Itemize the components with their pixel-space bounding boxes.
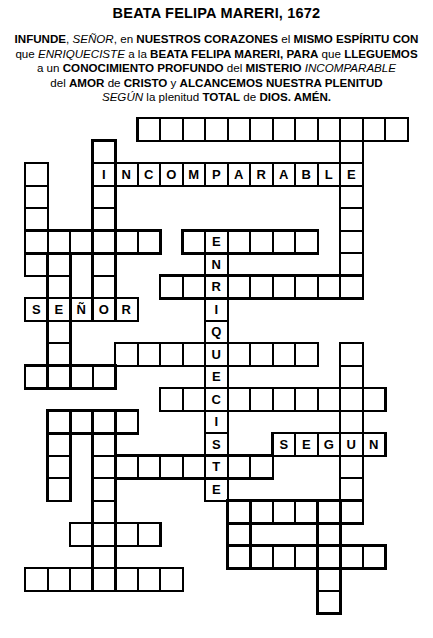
prefilled-cell-r2c11: A xyxy=(273,163,296,186)
cell-r0c14[interactable] xyxy=(340,118,363,141)
cell-r10c9[interactable] xyxy=(228,343,251,366)
cell-r13c4[interactable] xyxy=(115,411,138,434)
cell-r7c3[interactable] xyxy=(93,276,116,299)
prefilled-cell-r14c8: S xyxy=(205,433,228,456)
cell-r5c3[interactable] xyxy=(93,231,116,254)
prefilled-cell-r14c11: S xyxy=(273,433,296,456)
cell-r13c14[interactable] xyxy=(340,411,363,434)
cell-r5c9[interactable] xyxy=(228,231,251,254)
cell-r5c14[interactable] xyxy=(340,231,363,254)
prefilled-cell-r12c8: C xyxy=(205,388,228,411)
cell-r19c9[interactable] xyxy=(228,546,251,569)
cell-r20c6[interactable] xyxy=(160,568,183,591)
prefilled-cell-r14c15: N xyxy=(363,433,386,456)
prefilled-cell-r16c8: E xyxy=(205,478,228,501)
cell-r7c7[interactable] xyxy=(183,276,206,299)
cell-r17c9[interactable] xyxy=(228,501,251,524)
cell-r4c3[interactable] xyxy=(93,208,116,231)
prefilled-cell-r2c10: R xyxy=(250,163,273,186)
cell-r19c3[interactable] xyxy=(93,546,116,569)
cell-r5c10[interactable] xyxy=(250,231,273,254)
cell-r17c13[interactable] xyxy=(318,501,341,524)
board: INCOMPARABLEENRSEÑORIQUECISSEGUNTE xyxy=(25,118,408,614)
prefilled-cell-r14c14: U xyxy=(340,433,363,456)
cell-r0c15[interactable] xyxy=(363,118,386,141)
cell-r19c11[interactable] xyxy=(273,546,296,569)
prefilled-cell-r2c4: N xyxy=(115,163,138,186)
cell-r15c7[interactable] xyxy=(183,456,206,479)
cell-r5c2[interactable] xyxy=(70,231,93,254)
cell-r18c2[interactable] xyxy=(70,523,93,546)
cell-r7c12[interactable] xyxy=(295,276,318,299)
cell-r12c14[interactable] xyxy=(340,388,363,411)
prefilled-cell-r8c0: S xyxy=(25,298,48,321)
cell-r4c14[interactable] xyxy=(340,208,363,231)
cell-r16c1[interactable] xyxy=(48,478,71,501)
cell-r15c14[interactable] xyxy=(340,456,363,479)
cell-r11c0[interactable] xyxy=(25,366,48,389)
cell-r18c13[interactable] xyxy=(318,523,341,546)
cell-r19c13[interactable] xyxy=(318,546,341,569)
cell-r20c2[interactable] xyxy=(70,568,93,591)
cell-r5c12[interactable] xyxy=(295,231,318,254)
prefilled-cell-r2c12: B xyxy=(295,163,318,186)
cell-r4c0[interactable] xyxy=(25,208,48,231)
cell-r15c6[interactable] xyxy=(160,456,183,479)
cell-r0c16[interactable] xyxy=(385,118,408,141)
cell-r3c3[interactable] xyxy=(93,186,116,209)
cell-r11c1[interactable] xyxy=(48,366,71,389)
cell-r3c0[interactable] xyxy=(25,186,48,209)
cell-r19c12[interactable] xyxy=(295,546,318,569)
prefilled-cell-r5c8: E xyxy=(205,231,228,254)
prayer-line-4: del AMOR de CRISTO y ALCANCEMOS NUESTRA … xyxy=(0,76,433,91)
cell-r0c6[interactable] xyxy=(160,118,183,141)
cell-r20c1[interactable] xyxy=(48,568,71,591)
cell-r14c1[interactable] xyxy=(48,433,71,456)
cell-r0c11[interactable] xyxy=(273,118,296,141)
puzzle-title: BEATA FELIPA MARERI, 1672 xyxy=(0,0,433,21)
cell-r11c2[interactable] xyxy=(70,366,93,389)
prefilled-cell-r8c4: R xyxy=(115,298,138,321)
prefilled-cell-r11c8: E xyxy=(205,366,228,389)
prefilled-cell-r15c8: T xyxy=(205,456,228,479)
cell-r1c14[interactable] xyxy=(340,141,363,164)
prefilled-cell-r2c6: O xyxy=(160,163,183,186)
cell-r7c14[interactable] xyxy=(340,276,363,299)
cell-r14c3[interactable] xyxy=(93,433,116,456)
prefilled-cell-r2c5: C xyxy=(138,163,161,186)
cell-r10c5[interactable] xyxy=(138,343,161,366)
cell-r7c9[interactable] xyxy=(228,276,251,299)
page: { "game": "crossword (crucigrama religio… xyxy=(0,0,433,638)
cell-r12c11[interactable] xyxy=(273,388,296,411)
cell-r0c9[interactable] xyxy=(228,118,251,141)
cell-r12c12[interactable] xyxy=(295,388,318,411)
cell-r19c10[interactable] xyxy=(250,546,273,569)
cell-r15c9[interactable] xyxy=(228,456,251,479)
cell-r11c3[interactable] xyxy=(93,366,116,389)
cell-r6c1[interactable] xyxy=(48,253,71,276)
cell-r13c1[interactable] xyxy=(48,411,71,434)
cell-r2c0[interactable] xyxy=(25,163,48,186)
cell-r15c3[interactable] xyxy=(93,456,116,479)
cell-r7c1[interactable] xyxy=(48,276,71,299)
cell-r15c5[interactable] xyxy=(138,456,161,479)
cell-r5c7[interactable] xyxy=(183,231,206,254)
cell-r13c2[interactable] xyxy=(70,411,93,434)
cell-r13c3[interactable] xyxy=(93,411,116,434)
prefilled-cell-r13c8: I xyxy=(205,411,228,434)
prefilled-cell-r8c3: O xyxy=(93,298,116,321)
prefilled-cell-r8c8: I xyxy=(205,298,228,321)
cell-r3c14[interactable] xyxy=(340,186,363,209)
cell-r6c14[interactable] xyxy=(340,253,363,276)
prefilled-cell-r8c2: Ñ xyxy=(70,298,93,321)
cell-r0c8[interactable] xyxy=(205,118,228,141)
prefilled-cell-r10c8: U xyxy=(205,343,228,366)
cell-r1c3[interactable] xyxy=(93,141,116,164)
prefilled-cell-r2c8: P xyxy=(205,163,228,186)
prefilled-cell-r2c14: E xyxy=(340,163,363,186)
cell-r12c9[interactable] xyxy=(228,388,251,411)
prayer-line-2: que ENRIQUECISTE a la BEATA FELIPA MARER… xyxy=(0,47,433,62)
cell-r20c4[interactable] xyxy=(115,568,138,591)
cell-r6c0[interactable] xyxy=(25,253,48,276)
cell-r21c13[interactable] xyxy=(318,591,341,614)
cell-r18c4[interactable] xyxy=(115,523,138,546)
cell-r5c11[interactable] xyxy=(273,231,296,254)
prefilled-cell-r7c8: R xyxy=(205,276,228,299)
prefilled-cell-r8c1: E xyxy=(48,298,71,321)
prefilled-cell-r6c8: N xyxy=(205,253,228,276)
cell-r15c10[interactable] xyxy=(250,456,273,479)
cell-r18c9[interactable] xyxy=(228,523,251,546)
cell-r5c5[interactable] xyxy=(138,231,161,254)
cell-r18c3[interactable] xyxy=(93,523,116,546)
cell-r12c13[interactable] xyxy=(318,388,341,411)
cell-r16c3[interactable] xyxy=(93,478,116,501)
prefilled-cell-r2c7: M xyxy=(183,163,206,186)
cell-r7c6[interactable] xyxy=(160,276,183,299)
cell-r10c14[interactable] xyxy=(340,343,363,366)
cell-r20c5[interactable] xyxy=(138,568,161,591)
cell-r17c14[interactable] xyxy=(340,501,363,524)
cell-r17c3[interactable] xyxy=(93,501,116,524)
cell-r20c0[interactable] xyxy=(25,568,48,591)
cell-r7c10[interactable] xyxy=(250,276,273,299)
cell-r12c6[interactable] xyxy=(160,388,183,411)
prefilled-cell-r14c13: G xyxy=(318,433,341,456)
prayer-line-5: SEGÚN la plenitud TOTAL de DIOS. AMÉN. xyxy=(0,90,433,105)
cell-r9c1[interactable] xyxy=(48,321,71,344)
cell-r12c15[interactable] xyxy=(363,388,386,411)
cell-r10c7[interactable] xyxy=(183,343,206,366)
prefilled-cell-r2c3: I xyxy=(93,163,116,186)
cell-r0c10[interactable] xyxy=(250,118,273,141)
cell-r0c7[interactable] xyxy=(183,118,206,141)
cell-r10c4[interactable] xyxy=(115,343,138,366)
cell-r15c1[interactable] xyxy=(48,456,71,479)
cell-r5c4[interactable] xyxy=(115,231,138,254)
prayer-text: INFUNDE, SEÑOR, en NUESTROS CORAZONES el… xyxy=(0,32,433,105)
prayer-line-1: INFUNDE, SEÑOR, en NUESTROS CORAZONES el… xyxy=(0,32,433,47)
cell-r5c1[interactable] xyxy=(48,231,71,254)
cell-r10c6[interactable] xyxy=(160,343,183,366)
cell-r20c3[interactable] xyxy=(93,568,116,591)
cell-r17c10[interactable] xyxy=(250,501,273,524)
cell-r17c11[interactable] xyxy=(273,501,296,524)
cell-r7c13[interactable] xyxy=(318,276,341,299)
cell-r7c11[interactable] xyxy=(273,276,296,299)
cell-r19c14[interactable] xyxy=(340,546,363,569)
cell-r10c12[interactable] xyxy=(295,343,318,366)
cell-r16c14[interactable] xyxy=(340,478,363,501)
cell-r12c10[interactable] xyxy=(250,388,273,411)
cell-r10c11[interactable] xyxy=(273,343,296,366)
prefilled-cell-r2c13: L xyxy=(318,163,341,186)
prayer-line-3: a un CONOCIMIENTO PROFUNDO del MISTERIO … xyxy=(0,61,433,76)
cell-r10c10[interactable] xyxy=(250,343,273,366)
prefilled-cell-r9c8: Q xyxy=(205,321,228,344)
cell-r5c0[interactable] xyxy=(25,231,48,254)
cell-r19c15[interactable] xyxy=(363,546,386,569)
cell-r20c13[interactable] xyxy=(318,568,341,591)
cell-r0c13[interactable] xyxy=(318,118,341,141)
cell-r11c14[interactable] xyxy=(340,366,363,389)
cell-r18c5[interactable] xyxy=(138,523,161,546)
prefilled-cell-r2c9: A xyxy=(228,163,251,186)
cell-r17c12[interactable] xyxy=(295,501,318,524)
cell-r0c12[interactable] xyxy=(295,118,318,141)
prefilled-cell-r14c12: E xyxy=(295,433,318,456)
cell-r0c5[interactable] xyxy=(138,118,161,141)
cell-r6c3[interactable] xyxy=(93,253,116,276)
cell-r10c1[interactable] xyxy=(48,343,71,366)
cell-r15c4[interactable] xyxy=(115,456,138,479)
cell-r12c7[interactable] xyxy=(183,388,206,411)
